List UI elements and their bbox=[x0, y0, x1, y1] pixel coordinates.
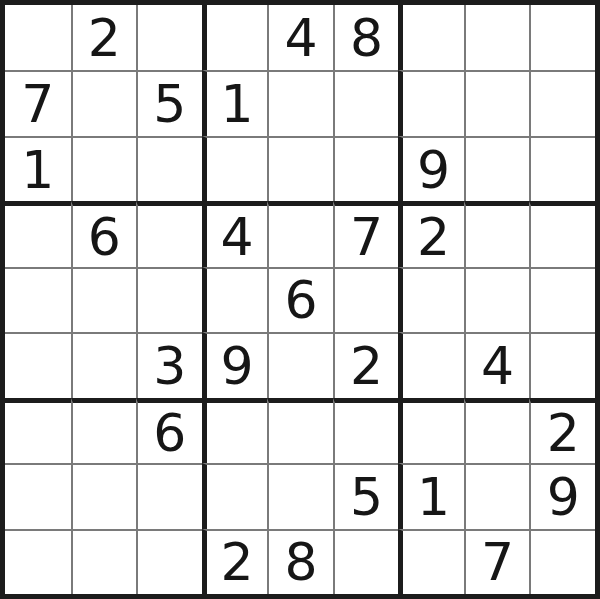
cell-r7c7[interactable] bbox=[398, 398, 464, 463]
cell-r8c3[interactable] bbox=[136, 463, 202, 528]
cell-r2c7[interactable] bbox=[398, 70, 464, 135]
cell-r7c6[interactable] bbox=[333, 398, 399, 463]
cell-r3c3[interactable] bbox=[136, 136, 202, 201]
cell-r9c6[interactable] bbox=[333, 529, 399, 594]
cell-r9c9[interactable] bbox=[529, 529, 595, 594]
cell-r5c5[interactable]: 6 bbox=[267, 267, 333, 332]
cell-r8c6[interactable]: 5 bbox=[333, 463, 399, 528]
cell-r6c8[interactable]: 4 bbox=[464, 332, 530, 397]
cell-r2c8[interactable] bbox=[464, 70, 530, 135]
cell-r6c9[interactable] bbox=[529, 332, 595, 397]
cell-r8c1[interactable] bbox=[5, 463, 71, 528]
cell-r1c3[interactable] bbox=[136, 5, 202, 70]
cell-r9c7[interactable] bbox=[398, 529, 464, 594]
cell-r9c5[interactable]: 8 bbox=[267, 529, 333, 594]
cell-r5c8[interactable] bbox=[464, 267, 530, 332]
cell-r1c2[interactable]: 2 bbox=[71, 5, 137, 70]
cell-r9c2[interactable] bbox=[71, 529, 137, 594]
cell-r2c2[interactable] bbox=[71, 70, 137, 135]
cell-r6c7[interactable] bbox=[398, 332, 464, 397]
cell-r5c7[interactable] bbox=[398, 267, 464, 332]
cell-r4c5[interactable] bbox=[267, 201, 333, 266]
cell-r5c3[interactable] bbox=[136, 267, 202, 332]
cell-r2c4[interactable]: 1 bbox=[202, 70, 268, 135]
cell-r1c7[interactable] bbox=[398, 5, 464, 70]
cell-r3c5[interactable] bbox=[267, 136, 333, 201]
cell-r1c1[interactable] bbox=[5, 5, 71, 70]
cell-r8c5[interactable] bbox=[267, 463, 333, 528]
cell-r8c9[interactable]: 9 bbox=[529, 463, 595, 528]
cell-r5c4[interactable] bbox=[202, 267, 268, 332]
cell-r3c9[interactable] bbox=[529, 136, 595, 201]
cell-r7c1[interactable] bbox=[5, 398, 71, 463]
cell-r4c1[interactable] bbox=[5, 201, 71, 266]
cell-r6c4[interactable]: 9 bbox=[202, 332, 268, 397]
cell-r1c9[interactable] bbox=[529, 5, 595, 70]
cell-r7c2[interactable] bbox=[71, 398, 137, 463]
cell-r2c6[interactable] bbox=[333, 70, 399, 135]
cell-r8c4[interactable] bbox=[202, 463, 268, 528]
cell-r1c5[interactable]: 4 bbox=[267, 5, 333, 70]
cell-r6c5[interactable] bbox=[267, 332, 333, 397]
cell-r5c2[interactable] bbox=[71, 267, 137, 332]
cell-r4c8[interactable] bbox=[464, 201, 530, 266]
cell-r2c1[interactable]: 7 bbox=[5, 70, 71, 135]
cell-r4c6[interactable]: 7 bbox=[333, 201, 399, 266]
cell-r8c8[interactable] bbox=[464, 463, 530, 528]
cell-r3c1[interactable]: 1 bbox=[5, 136, 71, 201]
cell-r7c8[interactable] bbox=[464, 398, 530, 463]
cell-r7c3[interactable]: 6 bbox=[136, 398, 202, 463]
cell-r4c2[interactable]: 6 bbox=[71, 201, 137, 266]
cell-r4c3[interactable] bbox=[136, 201, 202, 266]
cell-r9c3[interactable] bbox=[136, 529, 202, 594]
cell-r3c2[interactable] bbox=[71, 136, 137, 201]
cell-r8c7[interactable]: 1 bbox=[398, 463, 464, 528]
cell-r1c4[interactable] bbox=[202, 5, 268, 70]
cell-r6c3[interactable]: 3 bbox=[136, 332, 202, 397]
cell-r2c5[interactable] bbox=[267, 70, 333, 135]
cell-r4c4[interactable]: 4 bbox=[202, 201, 268, 266]
cell-r6c6[interactable]: 2 bbox=[333, 332, 399, 397]
sudoku-board: 2487511964726392462519287 bbox=[0, 0, 600, 599]
cell-r4c7[interactable]: 2 bbox=[398, 201, 464, 266]
cell-r2c3[interactable]: 5 bbox=[136, 70, 202, 135]
cell-r9c1[interactable] bbox=[5, 529, 71, 594]
cell-r3c6[interactable] bbox=[333, 136, 399, 201]
cell-r5c9[interactable] bbox=[529, 267, 595, 332]
cell-r9c8[interactable]: 7 bbox=[464, 529, 530, 594]
cell-r3c7[interactable]: 9 bbox=[398, 136, 464, 201]
cell-r8c2[interactable] bbox=[71, 463, 137, 528]
cell-r3c8[interactable] bbox=[464, 136, 530, 201]
cell-r5c1[interactable] bbox=[5, 267, 71, 332]
cell-r7c9[interactable]: 2 bbox=[529, 398, 595, 463]
cell-r6c1[interactable] bbox=[5, 332, 71, 397]
cell-r6c2[interactable] bbox=[71, 332, 137, 397]
cell-r2c9[interactable] bbox=[529, 70, 595, 135]
cell-r5c6[interactable] bbox=[333, 267, 399, 332]
cell-r4c9[interactable] bbox=[529, 201, 595, 266]
cell-r3c4[interactable] bbox=[202, 136, 268, 201]
cell-r1c8[interactable] bbox=[464, 5, 530, 70]
cell-r9c4[interactable]: 2 bbox=[202, 529, 268, 594]
cell-r1c6[interactable]: 8 bbox=[333, 5, 399, 70]
cell-r7c5[interactable] bbox=[267, 398, 333, 463]
cell-r7c4[interactable] bbox=[202, 398, 268, 463]
